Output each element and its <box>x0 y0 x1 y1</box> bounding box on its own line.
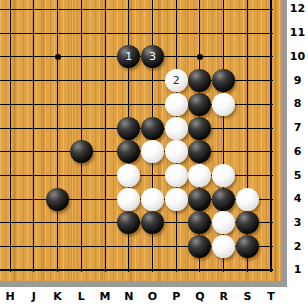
stone-black-S2[interactable] <box>236 235 259 258</box>
stone-black-R4[interactable] <box>212 188 235 211</box>
stone-black-N7[interactable] <box>117 117 140 140</box>
column-label-M: M <box>94 290 116 304</box>
grid-line-col-M <box>105 0 106 272</box>
grid-line-row-12 <box>0 9 273 10</box>
move-number-label-P9: 2 <box>173 75 180 86</box>
column-label-P: P <box>165 290 187 304</box>
go-diagram: 132 HJKLMNOPQRST 121110987654321 <box>0 0 308 308</box>
stone-white-P6[interactable] <box>165 140 188 163</box>
stone-white-P8[interactable] <box>165 93 188 116</box>
grid-line-col-L <box>81 0 82 272</box>
row-label-2: 2 <box>287 240 308 254</box>
stone-white-N4[interactable] <box>117 188 140 211</box>
column-label-H: H <box>0 290 21 304</box>
row-label-5: 5 <box>287 169 308 183</box>
row-label-12: 12 <box>287 2 308 16</box>
star-point-K10 <box>55 54 61 60</box>
grid-line-col-J <box>33 0 34 272</box>
stone-black-Q7[interactable] <box>188 117 211 140</box>
stone-white-P4[interactable] <box>165 188 188 211</box>
column-label-J: J <box>23 290 45 304</box>
row-label-7: 7 <box>287 121 308 135</box>
column-label-Q: Q <box>189 290 211 304</box>
column-label-N: N <box>118 290 140 304</box>
grid-line-col-H <box>10 0 11 272</box>
stone-white-R8[interactable] <box>212 93 235 116</box>
column-label-T: T <box>260 290 282 304</box>
move-number-label-O10: 3 <box>149 51 156 62</box>
row-label-8: 8 <box>287 97 308 111</box>
stone-black-K4[interactable] <box>46 188 69 211</box>
row-label-6: 6 <box>287 145 308 159</box>
grid-line-col-T <box>270 0 272 272</box>
row-label-3: 3 <box>287 216 308 230</box>
stone-black-O7[interactable] <box>141 117 164 140</box>
stone-black-L6[interactable] <box>70 140 93 163</box>
row-label-10: 10 <box>287 50 308 64</box>
column-label-O: O <box>142 290 164 304</box>
column-label-S: S <box>236 290 258 304</box>
column-label-K: K <box>47 290 69 304</box>
stone-white-O4[interactable] <box>141 188 164 211</box>
row-label-4: 4 <box>287 192 308 206</box>
grid-line-row-11 <box>0 33 273 34</box>
grid-line-col-K <box>57 0 58 272</box>
row-label-9: 9 <box>287 74 308 88</box>
stone-white-S4[interactable] <box>236 188 259 211</box>
star-point-Q10 <box>197 54 203 60</box>
grid-line-row-1 <box>0 269 273 271</box>
row-label-11: 11 <box>287 26 308 40</box>
column-label-R: R <box>213 290 235 304</box>
stone-white-P7[interactable] <box>165 117 188 140</box>
stone-white-P5[interactable] <box>165 164 188 187</box>
row-label-1: 1 <box>287 263 308 277</box>
stone-white-P9[interactable]: 2 <box>165 69 188 92</box>
column-label-L: L <box>70 290 92 304</box>
move-number-label-N10: 1 <box>125 51 132 62</box>
